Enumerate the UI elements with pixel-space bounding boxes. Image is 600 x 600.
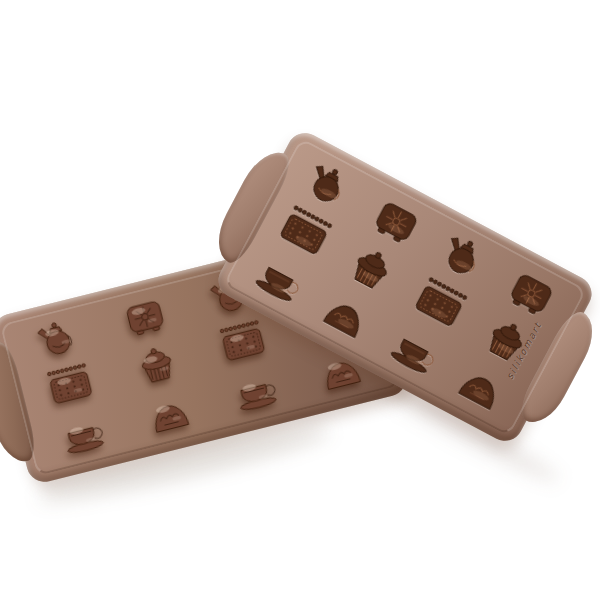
product-photo: silikomart <box>0 0 600 600</box>
